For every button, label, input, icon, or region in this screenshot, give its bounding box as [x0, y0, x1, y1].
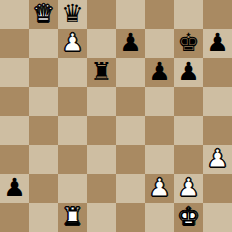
square-c2[interactable] [58, 174, 87, 203]
piece-white-rook[interactable]: ♜ [61, 204, 83, 229]
square-g2[interactable]: ♟ [174, 174, 203, 203]
square-b1[interactable] [29, 203, 58, 232]
square-a7[interactable] [0, 29, 29, 58]
square-a2[interactable]: ♟ [0, 174, 29, 203]
square-b2[interactable] [29, 174, 58, 203]
square-e4[interactable] [116, 116, 145, 145]
square-e5[interactable] [116, 87, 145, 116]
square-b3[interactable] [29, 145, 58, 174]
square-c5[interactable] [58, 87, 87, 116]
square-d7[interactable] [87, 29, 116, 58]
square-h3[interactable]: ♟ [203, 145, 232, 174]
square-g7[interactable]: ♚ [174, 29, 203, 58]
square-e2[interactable] [116, 174, 145, 203]
square-c6[interactable] [58, 58, 87, 87]
square-c3[interactable] [58, 145, 87, 174]
piece-black-pawn[interactable]: ♟ [177, 59, 199, 84]
square-b7[interactable] [29, 29, 58, 58]
square-b6[interactable] [29, 58, 58, 87]
piece-white-pawn[interactable]: ♟ [206, 146, 228, 171]
chess-board: ♛♛♟♟♚♟♜♟♟♟♟♟♟♜♚ [0, 0, 232, 232]
square-h7[interactable]: ♟ [203, 29, 232, 58]
square-b5[interactable] [29, 87, 58, 116]
square-g3[interactable] [174, 145, 203, 174]
square-d5[interactable] [87, 87, 116, 116]
square-b4[interactable] [29, 116, 58, 145]
square-e8[interactable] [116, 0, 145, 29]
square-c8[interactable]: ♛ [58, 0, 87, 29]
square-d4[interactable] [87, 116, 116, 145]
square-b8[interactable]: ♛ [29, 0, 58, 29]
square-a6[interactable] [0, 58, 29, 87]
square-g8[interactable] [174, 0, 203, 29]
square-f6[interactable]: ♟ [145, 58, 174, 87]
square-e6[interactable] [116, 58, 145, 87]
square-f3[interactable] [145, 145, 174, 174]
square-c7[interactable]: ♟ [58, 29, 87, 58]
piece-black-pawn[interactable]: ♟ [119, 30, 141, 55]
square-d2[interactable] [87, 174, 116, 203]
square-f2[interactable]: ♟ [145, 174, 174, 203]
square-a5[interactable] [0, 87, 29, 116]
piece-white-pawn[interactable]: ♟ [177, 175, 199, 200]
square-f5[interactable] [145, 87, 174, 116]
square-a1[interactable] [0, 203, 29, 232]
square-g6[interactable]: ♟ [174, 58, 203, 87]
square-h8[interactable] [203, 0, 232, 29]
square-e3[interactable] [116, 145, 145, 174]
square-h6[interactable] [203, 58, 232, 87]
square-h2[interactable] [203, 174, 232, 203]
square-g1[interactable]: ♚ [174, 203, 203, 232]
square-d8[interactable] [87, 0, 116, 29]
square-c4[interactable] [58, 116, 87, 145]
square-h4[interactable] [203, 116, 232, 145]
square-f4[interactable] [145, 116, 174, 145]
square-f1[interactable] [145, 203, 174, 232]
square-d3[interactable] [87, 145, 116, 174]
square-a4[interactable] [0, 116, 29, 145]
piece-white-pawn[interactable]: ♟ [148, 175, 170, 200]
piece-white-queen[interactable]: ♛ [32, 1, 54, 26]
piece-black-rook[interactable]: ♜ [90, 59, 112, 84]
square-h1[interactable] [203, 203, 232, 232]
square-f7[interactable] [145, 29, 174, 58]
square-h5[interactable] [203, 87, 232, 116]
square-d1[interactable] [87, 203, 116, 232]
square-e1[interactable] [116, 203, 145, 232]
square-g5[interactable] [174, 87, 203, 116]
piece-white-pawn[interactable]: ♟ [61, 30, 83, 55]
square-a8[interactable] [0, 0, 29, 29]
piece-black-pawn[interactable]: ♟ [148, 59, 170, 84]
square-f8[interactable] [145, 0, 174, 29]
square-e7[interactable]: ♟ [116, 29, 145, 58]
piece-black-pawn[interactable]: ♟ [3, 175, 25, 200]
square-c1[interactable]: ♜ [58, 203, 87, 232]
piece-black-king[interactable]: ♚ [177, 30, 199, 55]
piece-white-king[interactable]: ♚ [177, 204, 199, 229]
square-g4[interactable] [174, 116, 203, 145]
piece-black-queen[interactable]: ♛ [61, 1, 83, 26]
piece-black-pawn[interactable]: ♟ [206, 30, 228, 55]
square-d6[interactable]: ♜ [87, 58, 116, 87]
square-a3[interactable] [0, 145, 29, 174]
